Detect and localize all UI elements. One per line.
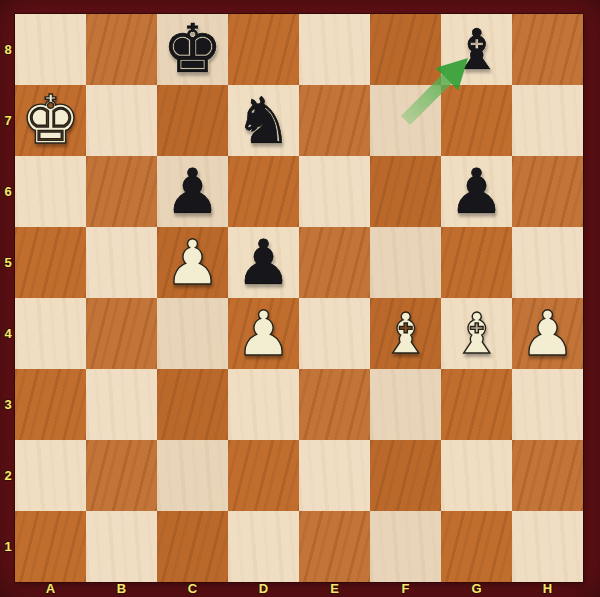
square-e1[interactable] [299,511,370,582]
square-f7[interactable] [370,85,441,156]
file-label-c: C [157,580,228,597]
rank-label-1: 1 [0,511,16,582]
square-h8[interactable] [512,14,583,85]
square-g4[interactable]: ♝ [441,298,512,369]
square-g5[interactable] [441,227,512,298]
square-h2[interactable] [512,440,583,511]
square-b4[interactable] [86,298,157,369]
square-e2[interactable] [299,440,370,511]
square-h5[interactable] [512,227,583,298]
square-g1[interactable] [441,511,512,582]
rank-label-2: 2 [0,440,16,511]
square-g3[interactable] [441,369,512,440]
square-h7[interactable] [512,85,583,156]
white-bishop[interactable]: ♝ [380,306,430,362]
white-king[interactable]: ♚ [20,87,80,154]
square-b5[interactable] [86,227,157,298]
file-label-h: H [512,580,583,597]
square-e6[interactable] [299,156,370,227]
square-b1[interactable] [86,511,157,582]
square-c5[interactable]: ♟ [157,227,228,298]
square-f8[interactable] [370,14,441,85]
square-d6[interactable] [228,156,299,227]
square-d7[interactable]: ♞ [228,85,299,156]
square-a1[interactable] [15,511,86,582]
square-d5[interactable]: ♟ [228,227,299,298]
square-d3[interactable] [228,369,299,440]
square-e7[interactable] [299,85,370,156]
square-a6[interactable] [15,156,86,227]
square-f6[interactable] [370,156,441,227]
square-g7[interactable] [441,85,512,156]
square-h6[interactable] [512,156,583,227]
board-frame: ♚♝♚♞♟♟♟♟♟♝♝♟ 87654321ABCDEFGH [0,0,600,597]
square-g6[interactable]: ♟ [441,156,512,227]
square-e8[interactable] [299,14,370,85]
square-a3[interactable] [15,369,86,440]
square-a4[interactable] [15,298,86,369]
rank-label-4: 4 [0,298,16,369]
square-b6[interactable] [86,156,157,227]
square-h3[interactable] [512,369,583,440]
black-pawn[interactable]: ♟ [165,161,221,223]
rank-label-7: 7 [0,85,16,156]
square-e5[interactable] [299,227,370,298]
rank-label-8: 8 [0,14,16,85]
square-c8[interactable]: ♚ [157,14,228,85]
square-c4[interactable] [157,298,228,369]
black-pawn[interactable]: ♟ [236,232,292,294]
square-d4[interactable]: ♟ [228,298,299,369]
square-f1[interactable] [370,511,441,582]
black-bishop[interactable]: ♝ [451,22,501,78]
file-label-e: E [299,580,370,597]
square-b2[interactable] [86,440,157,511]
square-c6[interactable]: ♟ [157,156,228,227]
square-h1[interactable] [512,511,583,582]
square-b8[interactable] [86,14,157,85]
square-g8[interactable]: ♝ [441,14,512,85]
black-pawn[interactable]: ♟ [449,161,505,223]
white-bishop[interactable]: ♝ [451,306,501,362]
square-a5[interactable] [15,227,86,298]
square-c2[interactable] [157,440,228,511]
square-f5[interactable] [370,227,441,298]
white-pawn[interactable]: ♟ [165,232,221,294]
square-d8[interactable] [228,14,299,85]
file-label-g: G [441,580,512,597]
file-label-b: B [86,580,157,597]
square-a7[interactable]: ♚ [15,85,86,156]
square-d2[interactable] [228,440,299,511]
square-d1[interactable] [228,511,299,582]
square-c7[interactable] [157,85,228,156]
square-b7[interactable] [86,85,157,156]
chess-board: ♚♝♚♞♟♟♟♟♟♝♝♟ [15,14,583,582]
square-g2[interactable] [441,440,512,511]
square-f2[interactable] [370,440,441,511]
white-pawn[interactable]: ♟ [520,303,576,365]
file-label-a: A [15,580,86,597]
black-king[interactable]: ♚ [162,16,222,83]
square-h4[interactable]: ♟ [512,298,583,369]
file-label-f: F [370,580,441,597]
rank-label-3: 3 [0,369,16,440]
square-f3[interactable] [370,369,441,440]
file-label-d: D [228,580,299,597]
black-knight[interactable]: ♞ [235,89,292,153]
square-a2[interactable] [15,440,86,511]
rank-label-6: 6 [0,156,16,227]
square-e4[interactable] [299,298,370,369]
square-e3[interactable] [299,369,370,440]
rank-label-5: 5 [0,227,16,298]
square-a8[interactable] [15,14,86,85]
white-pawn[interactable]: ♟ [236,303,292,365]
square-f4[interactable]: ♝ [370,298,441,369]
square-c1[interactable] [157,511,228,582]
square-b3[interactable] [86,369,157,440]
square-c3[interactable] [157,369,228,440]
